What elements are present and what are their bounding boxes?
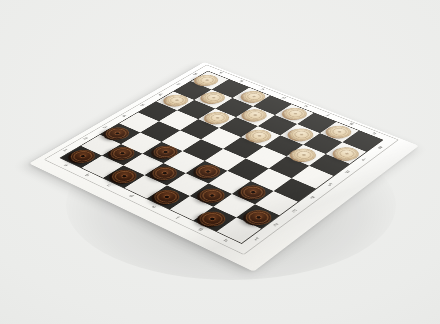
photo-scene: aa11bb22cc33dd44ee55ff66gg77hh88 bbox=[0, 0, 440, 324]
